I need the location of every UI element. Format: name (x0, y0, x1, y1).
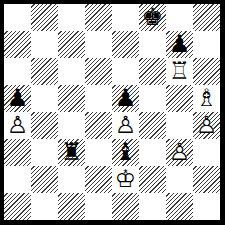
square-f7[interactable] (139, 31, 166, 58)
square-b2[interactable] (31, 166, 58, 193)
square-a5[interactable]: ♟ (4, 85, 31, 112)
square-h3[interactable] (193, 139, 220, 166)
square-c1[interactable] (58, 193, 85, 220)
white-king: ♔ (112, 166, 139, 193)
square-a2[interactable] (4, 166, 31, 193)
chess-board: ♚♟♜♖♟♟♝♗♟♙♟♙♟♙♜♝♟♙♚♔ (4, 4, 220, 220)
square-g8[interactable] (166, 4, 193, 31)
black-rook: ♜ (58, 139, 85, 166)
square-b8[interactable] (31, 4, 58, 31)
square-d3[interactable] (85, 139, 112, 166)
square-g1[interactable] (166, 193, 193, 220)
square-b3[interactable] (31, 139, 58, 166)
square-h4[interactable]: ♟♙ (193, 112, 220, 139)
square-d1[interactable] (85, 193, 112, 220)
square-f3[interactable] (139, 139, 166, 166)
square-d5[interactable] (85, 85, 112, 112)
white-pawn-fill: ♟ (193, 112, 220, 139)
square-d6[interactable] (85, 58, 112, 85)
square-c5[interactable] (58, 85, 85, 112)
white-pawn-fill: ♟ (112, 112, 139, 139)
square-a3[interactable] (4, 139, 31, 166)
square-c8[interactable] (58, 4, 85, 31)
square-c7[interactable] (58, 31, 85, 58)
square-h5[interactable]: ♝♗ (193, 85, 220, 112)
white-rook: ♖ (166, 58, 193, 85)
square-g6[interactable]: ♜♖ (166, 58, 193, 85)
square-d4[interactable] (85, 112, 112, 139)
square-d2[interactable] (85, 166, 112, 193)
square-e8[interactable] (112, 4, 139, 31)
square-h6[interactable] (193, 58, 220, 85)
square-h1[interactable] (193, 193, 220, 220)
black-king: ♚ (139, 4, 166, 31)
white-pawn-fill: ♟ (4, 112, 31, 139)
square-e1[interactable] (112, 193, 139, 220)
square-f2[interactable] (139, 166, 166, 193)
square-d7[interactable] (85, 31, 112, 58)
white-bishop-fill: ♝ (193, 85, 220, 112)
square-d8[interactable] (85, 4, 112, 31)
square-a6[interactable] (4, 58, 31, 85)
white-pawn-fill: ♟ (166, 139, 193, 166)
white-pawn: ♙ (166, 139, 193, 166)
square-c2[interactable] (58, 166, 85, 193)
square-g2[interactable] (166, 166, 193, 193)
black-pawn: ♟ (112, 85, 139, 112)
square-e7[interactable] (112, 31, 139, 58)
square-g5[interactable] (166, 85, 193, 112)
square-a7[interactable] (4, 31, 31, 58)
square-e5[interactable]: ♟ (112, 85, 139, 112)
square-e2[interactable]: ♚♔ (112, 166, 139, 193)
square-b5[interactable] (31, 85, 58, 112)
square-e6[interactable] (112, 58, 139, 85)
black-pawn: ♟ (4, 85, 31, 112)
square-f8[interactable]: ♚ (139, 4, 166, 31)
square-g7[interactable]: ♟ (166, 31, 193, 58)
square-a1[interactable] (4, 193, 31, 220)
square-b6[interactable] (31, 58, 58, 85)
black-bishop: ♝ (112, 139, 139, 166)
square-f1[interactable] (139, 193, 166, 220)
square-f4[interactable] (139, 112, 166, 139)
square-f5[interactable] (139, 85, 166, 112)
white-king-fill: ♚ (112, 166, 139, 193)
white-pawn: ♙ (112, 112, 139, 139)
square-e3[interactable]: ♝ (112, 139, 139, 166)
white-rook-fill: ♜ (166, 58, 193, 85)
square-e4[interactable]: ♟♙ (112, 112, 139, 139)
white-bishop: ♗ (193, 85, 220, 112)
square-h2[interactable] (193, 166, 220, 193)
square-c4[interactable] (58, 112, 85, 139)
square-a8[interactable] (4, 4, 31, 31)
square-a4[interactable]: ♟♙ (4, 112, 31, 139)
square-f6[interactable] (139, 58, 166, 85)
square-b1[interactable] (31, 193, 58, 220)
white-pawn: ♙ (4, 112, 31, 139)
square-c6[interactable] (58, 58, 85, 85)
square-h8[interactable] (193, 4, 220, 31)
square-h7[interactable] (193, 31, 220, 58)
black-pawn: ♟ (166, 31, 193, 58)
square-g3[interactable]: ♟♙ (166, 139, 193, 166)
square-c3[interactable]: ♜ (58, 139, 85, 166)
square-g4[interactable] (166, 112, 193, 139)
chess-board-frame: ♚♟♜♖♟♟♝♗♟♙♟♙♟♙♜♝♟♙♚♔ (0, 0, 225, 225)
square-b4[interactable] (31, 112, 58, 139)
white-pawn: ♙ (193, 112, 220, 139)
square-b7[interactable] (31, 31, 58, 58)
